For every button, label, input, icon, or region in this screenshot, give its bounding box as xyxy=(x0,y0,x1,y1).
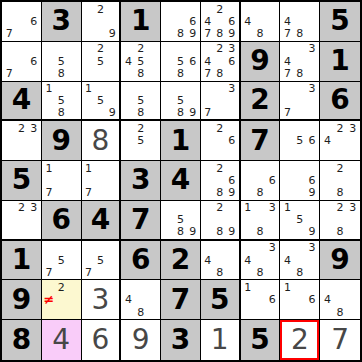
cell-r9c4[interactable]: 9 xyxy=(121,320,161,360)
cell-r8c2[interactable]: 2≠ xyxy=(42,280,82,320)
empty-slot xyxy=(3,214,15,226)
empty-slot xyxy=(202,162,214,174)
cell-r6c5[interactable]: 589 xyxy=(161,201,201,241)
pencil-marks: 23 xyxy=(3,122,40,159)
pencil-marks: 348 xyxy=(281,242,318,279)
candidate-5: 5 xyxy=(94,94,106,106)
cell-r3c8[interactable]: 37 xyxy=(280,82,320,122)
empty-slot xyxy=(266,3,278,15)
cell-r6c3[interactable]: 4 xyxy=(82,201,122,241)
candidate-2: 2 xyxy=(94,43,106,55)
cell-r8c8[interactable]: 16 xyxy=(280,280,320,320)
candidate-3: 3 xyxy=(28,202,40,214)
empty-slot xyxy=(28,28,40,40)
empty-slot xyxy=(147,281,159,293)
empty-slot xyxy=(147,106,159,118)
cell-r4c9[interactable]: 234 xyxy=(320,121,360,161)
empty-slot xyxy=(294,94,306,106)
cell-r4c1[interactable]: 23 xyxy=(2,121,42,161)
empty-slot xyxy=(67,106,79,118)
candidate-5: 5 xyxy=(55,55,67,67)
empty-slot xyxy=(281,43,293,55)
cell-r1c5[interactable]: 689 xyxy=(161,2,201,42)
pencil-marks: 25 xyxy=(122,122,159,159)
cell-r3c7[interactable]: 2 xyxy=(241,82,281,122)
empty-slot xyxy=(3,147,15,159)
cell-r8c3[interactable]: 3 xyxy=(82,280,122,320)
cell-r8c6[interactable]: 5 xyxy=(201,280,241,320)
candidate-7: 7 xyxy=(3,28,15,40)
cell-r2c3[interactable]: 25 xyxy=(82,42,122,82)
cell-r6c1[interactable]: 23 xyxy=(2,201,42,241)
pencil-marks: 246789 xyxy=(202,3,238,40)
empty-slot xyxy=(106,3,118,15)
empty-slot xyxy=(147,94,159,106)
cell-r4c8[interactable]: 56 xyxy=(280,121,320,161)
empty-slot xyxy=(202,3,214,15)
empty-slot xyxy=(306,254,318,266)
empty-slot xyxy=(67,83,79,95)
candidate-2: 2 xyxy=(15,202,27,214)
cell-r3c9[interactable]: 6 xyxy=(320,82,360,122)
cell-r2c2[interactable]: 58 xyxy=(42,42,82,82)
empty-slot xyxy=(3,226,15,238)
cell-r2c8[interactable]: 3478 xyxy=(280,42,320,82)
empty-slot xyxy=(321,187,334,199)
empty-slot xyxy=(67,162,79,174)
candidate-8: 8 xyxy=(174,67,186,79)
cell-r3c5[interactable]: 589 xyxy=(161,82,201,122)
candidate-9: 9 xyxy=(106,106,118,118)
candidate-4: 4 xyxy=(242,15,254,27)
cell-r7c5[interactable]: 2 xyxy=(161,241,201,281)
pencil-marks: 56 xyxy=(281,122,318,159)
empty-slot xyxy=(55,306,67,318)
pencil-marks: 57 xyxy=(83,242,119,279)
empty-slot xyxy=(106,67,118,79)
candidate-8: 8 xyxy=(55,67,67,79)
empty-slot xyxy=(43,174,55,186)
empty-slot xyxy=(122,135,134,147)
candidate-1: 1 xyxy=(43,162,55,174)
given-digit: 5 xyxy=(2,161,41,200)
candidate-8: 8 xyxy=(334,187,347,199)
cell-r5c7[interactable]: 68 xyxy=(241,161,281,201)
empty-slot xyxy=(162,226,174,238)
cell-r2c9[interactable]: 1 xyxy=(320,42,360,82)
candidate-1: 1 xyxy=(83,162,95,174)
empty-slot xyxy=(94,242,106,254)
cell-r8c1[interactable]: 9 xyxy=(2,280,42,320)
empty-slot xyxy=(266,187,278,199)
empty-slot xyxy=(3,15,15,27)
empty-slot xyxy=(55,187,67,199)
empty-slot xyxy=(254,174,266,186)
empty-slot xyxy=(281,226,293,238)
empty-slot xyxy=(83,55,95,67)
empty-slot xyxy=(162,43,174,55)
empty-slot xyxy=(254,306,266,318)
empty-slot xyxy=(281,242,293,254)
pencil-marks: 234 xyxy=(321,122,359,159)
empty-slot xyxy=(294,106,306,118)
cell-r5c4[interactable]: 3 xyxy=(121,161,161,201)
empty-slot xyxy=(242,214,254,226)
given-digit: 7 xyxy=(161,280,200,319)
empty-slot xyxy=(135,83,147,95)
cell-r3c3[interactable]: 159 xyxy=(82,82,122,122)
empty-slot xyxy=(281,214,293,226)
cell-r6c2[interactable]: 6 xyxy=(42,201,82,241)
pencil-marks: 67 xyxy=(3,43,40,80)
empty-slot xyxy=(294,242,306,254)
cell-r9c5[interactable]: 3 xyxy=(161,320,201,360)
empty-slot xyxy=(135,147,147,159)
empty-slot xyxy=(214,83,226,95)
empty-slot xyxy=(214,94,226,106)
cell-r4c6[interactable]: 26 xyxy=(201,121,241,161)
empty-slot xyxy=(226,266,238,278)
cell-r6c4[interactable]: 7 xyxy=(121,201,161,241)
empty-slot xyxy=(346,135,359,147)
empty-slot xyxy=(162,67,174,79)
empty-slot xyxy=(254,242,266,254)
candidate-2: 2 xyxy=(55,281,67,293)
candidate-8: 8 xyxy=(135,106,147,118)
given-digit: 8 xyxy=(2,320,41,360)
empty-slot xyxy=(281,3,293,15)
empty-slot xyxy=(214,147,226,159)
empty-slot xyxy=(254,214,266,226)
given-digit: 4 xyxy=(2,82,41,120)
empty-slot xyxy=(3,122,15,134)
empty-slot xyxy=(83,174,95,186)
cell-r9c7[interactable]: 5 xyxy=(241,320,281,360)
candidate-8: 8 xyxy=(254,187,266,199)
cell-r7c9[interactable]: 9 xyxy=(320,241,360,281)
empty-slot xyxy=(106,43,118,55)
cell-r9c3[interactable]: 6 xyxy=(82,320,122,360)
empty-slot xyxy=(321,202,334,214)
empty-slot xyxy=(67,266,79,278)
empty-slot xyxy=(187,83,199,95)
empty-slot xyxy=(94,174,106,186)
given-digit: 3 xyxy=(42,2,81,41)
cell-r9c1[interactable]: 8 xyxy=(2,320,42,360)
empty-slot xyxy=(242,187,254,199)
given-digit: 3 xyxy=(161,320,200,360)
empty-slot xyxy=(122,122,134,134)
cell-r8c9[interactable]: 48 xyxy=(320,280,360,320)
cell-r8c5[interactable]: 7 xyxy=(161,280,201,320)
given-digit: 1 xyxy=(2,241,41,280)
cell-r8c7[interactable]: 16 xyxy=(241,280,281,320)
empty-slot xyxy=(306,3,318,15)
cell-r4c5[interactable]: 1 xyxy=(161,121,201,161)
candidate-2: 2 xyxy=(214,43,226,55)
empty-slot xyxy=(281,187,293,199)
empty-slot xyxy=(28,147,40,159)
empty-slot xyxy=(202,242,214,254)
pencil-marks: 589 xyxy=(162,83,199,119)
empty-slot xyxy=(15,226,27,238)
empty-slot xyxy=(281,83,293,95)
empty-slot xyxy=(122,147,134,159)
given-digit: 4 xyxy=(161,161,200,200)
empty-slot xyxy=(55,174,67,186)
empty-slot xyxy=(122,281,134,293)
cell-r5c9[interactable]: 28 xyxy=(320,161,360,201)
empty-slot xyxy=(162,202,174,214)
empty-slot xyxy=(214,106,226,118)
empty-slot xyxy=(15,55,27,67)
cell-r3c2[interactable]: 158 xyxy=(42,82,82,122)
pencil-marks: 48 xyxy=(321,281,359,318)
empty-slot xyxy=(214,174,226,186)
empty-slot xyxy=(346,214,359,226)
entered-digit: 9 xyxy=(121,320,160,360)
cell-r5c6[interactable]: 2689 xyxy=(201,161,241,201)
cell-r1c1[interactable]: 67 xyxy=(2,2,42,42)
empty-slot xyxy=(321,147,334,159)
entered-digit: 7 xyxy=(320,320,360,360)
empty-slot xyxy=(83,242,95,254)
empty-slot xyxy=(94,266,106,278)
cell-r9c2[interactable]: 4 xyxy=(42,320,82,360)
candidate-1: 1 xyxy=(242,281,254,293)
entered-digit: 2 xyxy=(280,320,319,360)
pencil-marks: 48 xyxy=(122,281,159,318)
candidate-6: 6 xyxy=(226,135,238,147)
candidate-3: 3 xyxy=(226,43,238,55)
candidate-8: 8 xyxy=(174,28,186,40)
empty-slot xyxy=(321,226,334,238)
cell-r7c3[interactable]: 57 xyxy=(82,241,122,281)
candidate-5: 5 xyxy=(135,135,147,147)
cell-r5c8[interactable]: 69 xyxy=(280,161,320,201)
candidate-5: 5 xyxy=(294,135,306,147)
cell-r1c2[interactable]: 3 xyxy=(42,2,82,42)
cell-r3c6[interactable]: 37 xyxy=(201,82,241,122)
cell-r1c7[interactable]: 48 xyxy=(241,2,281,42)
cell-r7c8[interactable]: 348 xyxy=(280,241,320,281)
cell-r4c3[interactable]: 8 xyxy=(82,121,122,161)
cell-r4c7[interactable]: 7 xyxy=(241,121,281,161)
candidate-2: 2 xyxy=(135,122,147,134)
cell-r3c1[interactable]: 4 xyxy=(2,82,42,122)
empty-slot xyxy=(55,266,67,278)
empty-slot xyxy=(266,226,278,238)
empty-slot xyxy=(28,43,40,55)
pencil-marks: 2689 xyxy=(202,162,238,199)
empty-slot xyxy=(202,226,214,238)
empty-slot xyxy=(202,94,214,106)
candidate-4: 4 xyxy=(122,55,134,67)
candidate-8: 8 xyxy=(334,226,347,238)
cell-r1c4[interactable]: 1 xyxy=(121,2,161,42)
empty-slot xyxy=(306,281,318,293)
empty-slot xyxy=(254,3,266,15)
empty-slot xyxy=(254,15,266,27)
candidate-5: 5 xyxy=(55,254,67,266)
empty-slot xyxy=(306,202,318,214)
empty-slot xyxy=(281,94,293,106)
candidate-4: 4 xyxy=(122,294,134,306)
candidate-1: 1 xyxy=(83,83,95,95)
cell-r5c2[interactable]: 17 xyxy=(42,161,82,201)
candidate-7: 7 xyxy=(3,67,15,79)
empty-slot xyxy=(281,306,293,318)
empty-slot xyxy=(294,147,306,159)
empty-slot xyxy=(266,162,278,174)
empty-slot xyxy=(242,306,254,318)
cell-r4c2[interactable]: 9 xyxy=(42,121,82,161)
cell-r5c5[interactable]: 4 xyxy=(161,161,201,201)
cell-r6c9[interactable]: 238 xyxy=(320,201,360,241)
cell-r1c9[interactable]: 5 xyxy=(320,2,360,42)
empty-slot xyxy=(242,266,254,278)
empty-slot xyxy=(226,202,238,214)
candidate-6: 6 xyxy=(28,15,40,27)
empty-slot xyxy=(15,28,27,40)
empty-slot xyxy=(147,55,159,67)
cell-r9c8[interactable]: 2 xyxy=(280,320,320,360)
cell-r8c4[interactable]: 48 xyxy=(121,280,161,320)
empty-slot xyxy=(202,214,214,226)
cell-r6c6[interactable]: 289 xyxy=(201,201,241,241)
candidate-8: 8 xyxy=(294,28,306,40)
given-digit: 6 xyxy=(121,241,160,280)
cell-r2c6[interactable]: 234678 xyxy=(201,42,241,82)
candidate-8: 8 xyxy=(174,106,186,118)
empty-slot xyxy=(3,135,15,147)
cell-r1c3[interactable]: 29 xyxy=(82,2,122,42)
empty-slot xyxy=(83,43,95,55)
candidate-8: 8 xyxy=(294,266,306,278)
empty-slot xyxy=(242,294,254,306)
cell-r7c2[interactable]: 57 xyxy=(42,241,82,281)
empty-slot xyxy=(83,67,95,79)
candidate-8: 8 xyxy=(294,67,306,79)
empty-slot xyxy=(226,147,238,159)
candidate-9: 9 xyxy=(106,28,118,40)
empty-slot xyxy=(294,122,306,134)
candidate-6: 6 xyxy=(187,15,199,27)
given-digit: 1 xyxy=(121,2,160,41)
cell-r7c6[interactable]: 48 xyxy=(201,241,241,281)
candidate-4: 4 xyxy=(202,254,214,266)
candidate-7: 7 xyxy=(202,28,214,40)
empty-slot xyxy=(28,67,40,79)
empty-slot xyxy=(174,202,186,214)
candidate-6: 6 xyxy=(306,135,318,147)
empty-slot xyxy=(122,83,134,95)
candidate-4: 4 xyxy=(202,15,214,27)
cell-r1c8[interactable]: 478 xyxy=(280,2,320,42)
empty-slot xyxy=(147,147,159,159)
cell-r2c1[interactable]: 67 xyxy=(2,42,42,82)
cell-r6c8[interactable]: 159 xyxy=(280,201,320,241)
candidate-9: 9 xyxy=(187,106,199,118)
empty-slot xyxy=(174,43,186,55)
empty-slot xyxy=(122,94,134,106)
empty-slot xyxy=(281,174,293,186)
cell-r7c7[interactable]: 348 xyxy=(241,241,281,281)
candidate-6: 6 xyxy=(187,55,199,67)
empty-slot xyxy=(15,135,27,147)
candidate-7: 7 xyxy=(202,67,214,79)
empty-slot xyxy=(254,294,266,306)
empty-slot xyxy=(67,174,79,186)
cell-r2c7[interactable]: 9 xyxy=(241,42,281,82)
cell-r2c5[interactable]: 568 xyxy=(161,42,201,82)
empty-slot xyxy=(187,214,199,226)
empty-slot xyxy=(321,306,334,318)
empty-slot xyxy=(254,202,266,214)
empty-slot xyxy=(281,162,293,174)
candidate-2: 2 xyxy=(94,3,106,15)
empty-slot xyxy=(147,43,159,55)
pencil-marks: 37 xyxy=(281,83,318,119)
empty-slot xyxy=(266,306,278,318)
pencil-marks: 16 xyxy=(281,281,318,318)
empty-slot xyxy=(266,281,278,293)
cell-r5c1[interactable]: 5 xyxy=(2,161,42,201)
candidate-6: 6 xyxy=(266,174,278,186)
cell-r5c3[interactable]: 17 xyxy=(82,161,122,201)
cell-r4c4[interactable]: 25 xyxy=(121,121,161,161)
cell-r2c4[interactable]: 2458 xyxy=(121,42,161,82)
candidate-1: 1 xyxy=(281,281,293,293)
empty-slot xyxy=(55,162,67,174)
cell-r1c6[interactable]: 246789 xyxy=(201,2,241,42)
candidate-8: 8 xyxy=(214,226,226,238)
empty-slot xyxy=(202,187,214,199)
empty-slot xyxy=(94,83,106,95)
cell-r9c6[interactable]: 1 xyxy=(201,320,241,360)
empty-slot xyxy=(94,162,106,174)
cell-r7c1[interactable]: 1 xyxy=(2,241,42,281)
cell-r7c4[interactable]: 6 xyxy=(121,241,161,281)
empty-slot xyxy=(214,214,226,226)
candidate-9: 9 xyxy=(226,28,238,40)
cell-r3c4[interactable]: 58 xyxy=(121,82,161,122)
empty-slot xyxy=(334,174,347,186)
cell-r9c9[interactable]: 7 xyxy=(320,320,360,360)
cell-r6c7[interactable]: 138 xyxy=(241,201,281,241)
candidate-6: 6 xyxy=(28,55,40,67)
candidate-6: 6 xyxy=(266,294,278,306)
candidate-2: 2 xyxy=(334,162,347,174)
empty-slot xyxy=(294,226,306,238)
empty-slot xyxy=(226,254,238,266)
empty-slot xyxy=(281,147,293,159)
pencil-marks: 3478 xyxy=(281,43,318,80)
empty-slot xyxy=(226,67,238,79)
empty-slot xyxy=(346,294,359,306)
empty-slot xyxy=(321,281,334,293)
empty-slot xyxy=(294,281,306,293)
pencil-marks: 478 xyxy=(281,3,318,40)
empty-slot xyxy=(202,83,214,95)
empty-slot xyxy=(187,67,199,79)
empty-slot xyxy=(94,28,106,40)
empty-slot xyxy=(294,43,306,55)
empty-slot xyxy=(43,67,55,79)
candidate-8: 8 xyxy=(214,187,226,199)
given-digit: 9 xyxy=(320,241,360,280)
empty-slot xyxy=(43,254,55,266)
